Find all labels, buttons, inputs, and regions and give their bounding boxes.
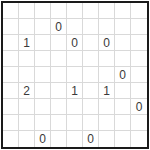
cell-r3c0[interactable] — [3, 51, 19, 67]
cell-r8c0[interactable] — [3, 131, 19, 147]
cell-r3c5[interactable] — [83, 51, 99, 67]
cell-r2c5[interactable] — [83, 35, 99, 51]
cell-r5c5[interactable] — [83, 83, 99, 99]
clue-cell-r4c7: 0 — [115, 67, 131, 83]
cell-r2c8[interactable] — [131, 35, 147, 51]
clue-cell-r2c4: 0 — [67, 35, 83, 51]
cell-r0c4[interactable] — [67, 3, 83, 19]
cell-r4c6[interactable] — [99, 67, 115, 83]
cell-r1c1[interactable] — [19, 19, 35, 35]
cell-r0c6[interactable] — [99, 3, 115, 19]
cell-r4c5[interactable] — [83, 67, 99, 83]
cell-r2c0[interactable] — [3, 35, 19, 51]
cell-r0c0[interactable] — [3, 3, 19, 19]
cell-r1c7[interactable] — [115, 19, 131, 35]
cell-r5c7[interactable] — [115, 83, 131, 99]
clue-cell-r2c6: 0 — [99, 35, 115, 51]
cell-r5c3[interactable] — [51, 83, 67, 99]
cell-r1c4[interactable] — [67, 19, 83, 35]
cell-r5c8[interactable] — [131, 83, 147, 99]
cell-r0c7[interactable] — [115, 3, 131, 19]
cell-r0c3[interactable] — [51, 3, 67, 19]
cell-r6c0[interactable] — [3, 99, 19, 115]
clue-cell-r5c1: 2 — [19, 83, 35, 99]
cell-r7c4[interactable] — [67, 115, 83, 131]
cell-r3c4[interactable] — [67, 51, 83, 67]
cell-r8c3[interactable] — [51, 131, 67, 147]
cell-r6c6[interactable] — [99, 99, 115, 115]
cell-r3c2[interactable] — [35, 51, 51, 67]
cell-r8c4[interactable] — [67, 131, 83, 147]
cell-r1c6[interactable] — [99, 19, 115, 35]
cell-r6c1[interactable] — [19, 99, 35, 115]
cell-r2c7[interactable] — [115, 35, 131, 51]
cell-r1c2[interactable] — [35, 19, 51, 35]
cell-r7c1[interactable] — [19, 115, 35, 131]
cell-r3c1[interactable] — [19, 51, 35, 67]
cell-r1c0[interactable] — [3, 19, 19, 35]
cell-r0c2[interactable] — [35, 3, 51, 19]
puzzle-board: 01000211000 — [1, 1, 149, 149]
cell-r1c5[interactable] — [83, 19, 99, 35]
cell-r2c2[interactable] — [35, 35, 51, 51]
cell-r4c0[interactable] — [3, 67, 19, 83]
cell-r7c5[interactable] — [83, 115, 99, 131]
cell-r0c8[interactable] — [131, 3, 147, 19]
cell-r8c8[interactable] — [131, 131, 147, 147]
cell-r4c8[interactable] — [131, 67, 147, 83]
cell-r4c1[interactable] — [19, 67, 35, 83]
cell-r4c2[interactable] — [35, 67, 51, 83]
cell-r5c2[interactable] — [35, 83, 51, 99]
cell-r6c2[interactable] — [35, 99, 51, 115]
cell-r1c8[interactable] — [131, 19, 147, 35]
clue-cell-r8c5: 0 — [83, 131, 99, 147]
cell-r8c7[interactable] — [115, 131, 131, 147]
cell-r3c3[interactable] — [51, 51, 67, 67]
cell-r8c6[interactable] — [99, 131, 115, 147]
cell-r7c0[interactable] — [3, 115, 19, 131]
cell-r5c0[interactable] — [3, 83, 19, 99]
cell-r7c2[interactable] — [35, 115, 51, 131]
cell-r3c6[interactable] — [99, 51, 115, 67]
cell-r0c5[interactable] — [83, 3, 99, 19]
clue-cell-r2c1: 1 — [19, 35, 35, 51]
cell-r6c5[interactable] — [83, 99, 99, 115]
cell-r6c3[interactable] — [51, 99, 67, 115]
cell-r7c7[interactable] — [115, 115, 131, 131]
clue-cell-r5c4: 1 — [67, 83, 83, 99]
clue-cell-r6c8: 0 — [131, 99, 147, 115]
cell-r7c6[interactable] — [99, 115, 115, 131]
cell-r0c1[interactable] — [19, 3, 35, 19]
cell-r6c4[interactable] — [67, 99, 83, 115]
cell-r2c3[interactable] — [51, 35, 67, 51]
cell-r3c7[interactable] — [115, 51, 131, 67]
clue-cell-r8c2: 0 — [35, 131, 51, 147]
clue-cell-r5c6: 1 — [99, 83, 115, 99]
cell-r8c1[interactable] — [19, 131, 35, 147]
cell-r4c3[interactable] — [51, 67, 67, 83]
clue-cell-r1c3: 0 — [51, 19, 67, 35]
cell-r3c8[interactable] — [131, 51, 147, 67]
cell-r6c7[interactable] — [115, 99, 131, 115]
cell-r7c8[interactable] — [131, 115, 147, 131]
cell-r7c3[interactable] — [51, 115, 67, 131]
cell-r4c4[interactable] — [67, 67, 83, 83]
